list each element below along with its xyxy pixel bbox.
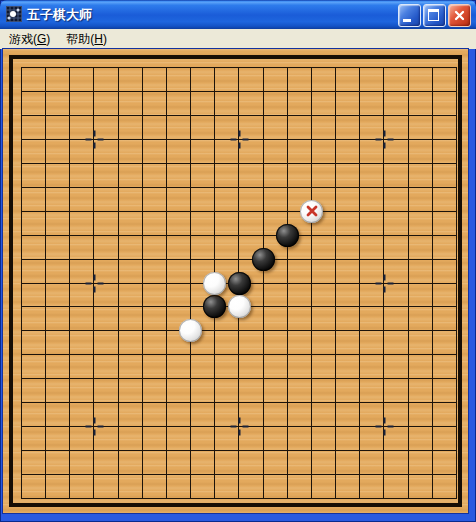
grid-cell (238, 402, 262, 426)
grid-cell (21, 354, 45, 378)
maximize-icon (428, 9, 439, 21)
stone-black (252, 248, 275, 271)
grid-cell (263, 306, 287, 330)
grid-cell (287, 139, 311, 163)
grid-cell (408, 330, 432, 354)
grid-cell (118, 91, 142, 115)
grid-cell (45, 259, 69, 283)
grid-cell (359, 163, 383, 187)
grid-cell (263, 330, 287, 354)
grid-cell (408, 402, 432, 426)
grid-cell (359, 450, 383, 474)
grid-cell (263, 163, 287, 187)
grid-cell (166, 426, 190, 450)
grid-cell (432, 474, 456, 498)
grid-cell (118, 402, 142, 426)
grid-cell (383, 139, 407, 163)
stone-black (228, 272, 251, 295)
grid-cell (432, 115, 456, 139)
grid-cell (383, 259, 407, 283)
grid-cell (45, 402, 69, 426)
grid-cell (190, 211, 214, 235)
grid-cell (408, 67, 432, 91)
grid-cell (238, 450, 262, 474)
grid-cell (335, 283, 359, 307)
grid-cell (45, 67, 69, 91)
grid-cell (335, 354, 359, 378)
grid-cell (93, 354, 117, 378)
grid-cell (287, 330, 311, 354)
grid-cell (432, 163, 456, 187)
window-controls (398, 4, 471, 27)
grid-cell (190, 115, 214, 139)
grid-cell (359, 426, 383, 450)
grid-cell (166, 235, 190, 259)
grid-cell (118, 306, 142, 330)
grid-cell (21, 91, 45, 115)
grid-cell (311, 67, 335, 91)
grid-cell (166, 139, 190, 163)
grid-cell (432, 139, 456, 163)
grid-cell (142, 450, 166, 474)
grid-cell (69, 426, 93, 450)
grid-cell (21, 187, 45, 211)
grid-cell (118, 474, 142, 498)
grid-cell (190, 67, 214, 91)
grid-cell (69, 378, 93, 402)
grid-cell (69, 211, 93, 235)
grid-cell (93, 330, 117, 354)
grid-cell (311, 163, 335, 187)
grid-cell (287, 163, 311, 187)
grid-cell (93, 91, 117, 115)
grid-cell (118, 211, 142, 235)
grid-cell (214, 91, 238, 115)
grid-cell (335, 67, 359, 91)
grid-cell (69, 283, 93, 307)
grid-cell (214, 378, 238, 402)
stone-white (228, 295, 251, 318)
grid-cell (166, 259, 190, 283)
grid-cell (383, 402, 407, 426)
grid-cell (118, 163, 142, 187)
stone-white (300, 200, 323, 223)
grid-cell (263, 283, 287, 307)
app-window: 五子棋大师 游戏(G) 帮助(H) (0, 0, 476, 522)
grid-cell (166, 378, 190, 402)
grid-cell (359, 91, 383, 115)
grid-cell (118, 354, 142, 378)
grid-cell (21, 426, 45, 450)
menu-game-mnemonic: G (37, 32, 46, 46)
grid-cell (45, 354, 69, 378)
grid-cell (383, 187, 407, 211)
grid-cell (45, 187, 69, 211)
grid-cell (142, 139, 166, 163)
grid-cell (142, 91, 166, 115)
grid-cell (238, 378, 262, 402)
grid-cell (21, 378, 45, 402)
menu-item-game[interactable]: 游戏(G) (2, 29, 57, 50)
grid-cell (238, 139, 262, 163)
grid-cell (142, 354, 166, 378)
grid-cell (21, 402, 45, 426)
grid-cell (118, 235, 142, 259)
grid-cell (93, 115, 117, 139)
grid-cell (311, 402, 335, 426)
grid-cell (214, 474, 238, 498)
grid-cell (408, 211, 432, 235)
grid-cell (263, 354, 287, 378)
grid-cell (287, 354, 311, 378)
grid-cell (214, 354, 238, 378)
grid-cell (311, 474, 335, 498)
grid-cell (142, 378, 166, 402)
grid-cell (335, 474, 359, 498)
grid-cell (166, 402, 190, 426)
grid-cell (238, 91, 262, 115)
grid-cell (432, 235, 456, 259)
grid-cell (335, 139, 359, 163)
grid-cell (335, 115, 359, 139)
goban[interactable] (3, 49, 468, 513)
grid-cell (45, 330, 69, 354)
maximize-button[interactable] (423, 4, 446, 27)
grid-cell (166, 450, 190, 474)
grid-cell (93, 426, 117, 450)
grid-cell (69, 187, 93, 211)
grid-cell (287, 91, 311, 115)
grid-cell (21, 163, 45, 187)
window-title: 五子棋大师 (27, 0, 92, 29)
grid-cell (383, 115, 407, 139)
grid-cell (69, 259, 93, 283)
grid-cell (142, 306, 166, 330)
grid-cell (93, 259, 117, 283)
grid-cell (408, 187, 432, 211)
grid-cell (21, 283, 45, 307)
grid-cell (311, 283, 335, 307)
last-move-marker (305, 204, 319, 218)
grid-cell (383, 330, 407, 354)
grid-cell (311, 91, 335, 115)
grid-cell (359, 67, 383, 91)
grid-cell (69, 330, 93, 354)
menu-help-mnemonic: H (94, 32, 103, 46)
grid-cell (335, 235, 359, 259)
grid-cell (311, 235, 335, 259)
grid-cell (93, 67, 117, 91)
grid-cell (214, 426, 238, 450)
grid-cell (166, 187, 190, 211)
grid-cell (432, 259, 456, 283)
grid-cell (190, 163, 214, 187)
grid-cell (359, 187, 383, 211)
grid-cell (359, 378, 383, 402)
grid-cell (190, 474, 214, 498)
grid-cell (166, 283, 190, 307)
grid-cell (311, 450, 335, 474)
grid-cell (383, 306, 407, 330)
grid-cell (142, 259, 166, 283)
grid-cell (238, 330, 262, 354)
grid-cell (45, 378, 69, 402)
grid-cell (287, 115, 311, 139)
grid-cell (408, 139, 432, 163)
grid-cell (214, 67, 238, 91)
grid-cell (408, 450, 432, 474)
grid-cell (69, 91, 93, 115)
grid-cell (142, 283, 166, 307)
grid-cell (45, 283, 69, 307)
grid-cell (21, 67, 45, 91)
grid-cell (69, 402, 93, 426)
grid-cell (263, 474, 287, 498)
grid-cell (311, 426, 335, 450)
grid-cell (408, 378, 432, 402)
grid-cell (45, 306, 69, 330)
grid-cell (383, 91, 407, 115)
grid-cell (93, 283, 117, 307)
grid-cell (118, 283, 142, 307)
grid-cell (408, 115, 432, 139)
grid-cell (93, 474, 117, 498)
grid-cell (142, 402, 166, 426)
grid-cell (383, 450, 407, 474)
grid-cell (166, 91, 190, 115)
grid-cell (45, 450, 69, 474)
grid-cell (359, 330, 383, 354)
grid-cell (69, 450, 93, 474)
grid-cell (190, 426, 214, 450)
grid-cell (383, 474, 407, 498)
grid-cell (214, 187, 238, 211)
grid-cell (21, 330, 45, 354)
grid-cell (142, 474, 166, 498)
grid-cell (214, 330, 238, 354)
grid-cell (69, 163, 93, 187)
grid-cell (69, 354, 93, 378)
grid-cell (142, 163, 166, 187)
grid-cell (359, 259, 383, 283)
titlebar: 五子棋大师 (0, 0, 476, 29)
grid-cell (142, 426, 166, 450)
grid-cell (214, 450, 238, 474)
grid-cell (383, 426, 407, 450)
grid-cell (383, 378, 407, 402)
grid-cell (263, 115, 287, 139)
grid-cell (383, 163, 407, 187)
grid-cell (263, 402, 287, 426)
grid-cell (287, 402, 311, 426)
grid-cell (311, 139, 335, 163)
grid-cell (287, 378, 311, 402)
grid-cell (214, 402, 238, 426)
grid-cell (45, 91, 69, 115)
grid-cell (432, 450, 456, 474)
grid-cell (432, 211, 456, 235)
grid-cell (335, 450, 359, 474)
grid-cell (359, 402, 383, 426)
menu-item-help[interactable]: 帮助(H) (59, 29, 114, 50)
grid-cell (21, 235, 45, 259)
grid-cell (311, 330, 335, 354)
grid-cell (408, 474, 432, 498)
grid-cell (408, 306, 432, 330)
grid-cell (287, 474, 311, 498)
grid-cell (263, 378, 287, 402)
close-icon (453, 9, 466, 22)
grid-cell (118, 378, 142, 402)
grid-cell (214, 163, 238, 187)
grid-cell (359, 306, 383, 330)
grid-cell (287, 259, 311, 283)
grid-cell (408, 91, 432, 115)
grid-cell (408, 163, 432, 187)
grid-cell (69, 115, 93, 139)
grid-cell (408, 259, 432, 283)
grid-cell (311, 115, 335, 139)
grid-cell (166, 474, 190, 498)
grid-cell (142, 187, 166, 211)
stone-black (276, 224, 299, 247)
grid-cell (93, 306, 117, 330)
grid-cell (238, 163, 262, 187)
grid-cell (335, 378, 359, 402)
grid-cell (335, 259, 359, 283)
grid-cell (190, 235, 214, 259)
grid-cell (335, 306, 359, 330)
grid-cell (166, 211, 190, 235)
grid-cell (190, 139, 214, 163)
grid-cell (263, 450, 287, 474)
grid-cell (287, 426, 311, 450)
grid-cell (142, 115, 166, 139)
grid-cell (408, 235, 432, 259)
grid-cell (359, 354, 383, 378)
grid-cell (166, 163, 190, 187)
grid-cell (263, 426, 287, 450)
grid-cell (69, 474, 93, 498)
grid-cell (432, 378, 456, 402)
grid-cell (287, 67, 311, 91)
grid-cell (118, 426, 142, 450)
grid-cell (383, 354, 407, 378)
grid-cell (263, 91, 287, 115)
stone-white (203, 272, 226, 295)
grid-cell (432, 354, 456, 378)
grid-cell (311, 306, 335, 330)
grid-cell (432, 283, 456, 307)
grid-cell (118, 115, 142, 139)
grid-cell (118, 259, 142, 283)
grid-cell (190, 354, 214, 378)
grid-cell (214, 139, 238, 163)
grid-cell (238, 474, 262, 498)
grid-cell (93, 378, 117, 402)
grid-cell (408, 283, 432, 307)
grid-cell (432, 426, 456, 450)
grid-cell (432, 91, 456, 115)
grid-cell (45, 211, 69, 235)
grid-cell (238, 187, 262, 211)
grid-cell (93, 139, 117, 163)
grid-cell (118, 450, 142, 474)
grid-cell (21, 211, 45, 235)
grid-cell (335, 163, 359, 187)
grid-cell (190, 187, 214, 211)
app-icon (6, 6, 22, 22)
menu-game-label: 游戏( (9, 32, 37, 46)
grid-cell (287, 450, 311, 474)
grid-cell (93, 187, 117, 211)
grid-cell (190, 450, 214, 474)
grid-cell (69, 235, 93, 259)
grid-cell (432, 330, 456, 354)
grid-cell (238, 354, 262, 378)
grid-cell (359, 235, 383, 259)
close-button[interactable] (448, 4, 471, 27)
grid-cell (432, 67, 456, 91)
minimize-icon (403, 19, 411, 22)
grid-cell (214, 211, 238, 235)
grid-cell (142, 235, 166, 259)
grid-cell (45, 426, 69, 450)
grid-cell (166, 115, 190, 139)
grid-cell (45, 115, 69, 139)
grid-cell (335, 330, 359, 354)
grid-cell (21, 139, 45, 163)
grid-cell (118, 330, 142, 354)
grid-cell (190, 402, 214, 426)
grid-cell (359, 211, 383, 235)
grid-cell (383, 235, 407, 259)
grid-cell (93, 402, 117, 426)
grid-cell (238, 115, 262, 139)
grid-cell (93, 163, 117, 187)
grid-cell (359, 283, 383, 307)
minimize-button[interactable] (398, 4, 421, 27)
grid-cell (21, 474, 45, 498)
grid-cell (118, 139, 142, 163)
grid-cell (311, 259, 335, 283)
grid-cell (432, 402, 456, 426)
menu-bar: 游戏(G) 帮助(H) (0, 29, 476, 49)
grid-cell (214, 115, 238, 139)
grid-cell (93, 450, 117, 474)
grid-cell (69, 306, 93, 330)
grid-cell (263, 187, 287, 211)
grid-cell (118, 67, 142, 91)
grid-cell (287, 283, 311, 307)
grid-cell (263, 67, 287, 91)
grid-cell (21, 450, 45, 474)
grid-cell (21, 115, 45, 139)
grid-cell (335, 211, 359, 235)
grid-cell (359, 474, 383, 498)
grid-cell (432, 306, 456, 330)
grid-cell (238, 211, 262, 235)
grid-cell (408, 426, 432, 450)
grid-cell (118, 187, 142, 211)
grid-cell (238, 67, 262, 91)
grid-cell (383, 283, 407, 307)
grid-cell (287, 306, 311, 330)
grid-cell (69, 67, 93, 91)
grid-cell (142, 67, 166, 91)
grid-cell (238, 426, 262, 450)
grid-cell (335, 426, 359, 450)
